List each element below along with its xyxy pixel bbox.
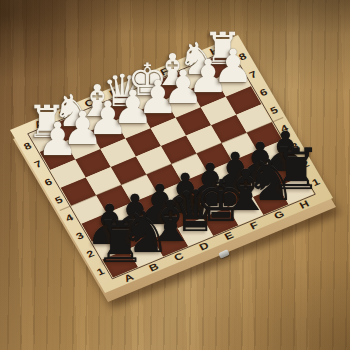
chess-set-photo: ABCDEFGH ABCDEFGH 87654321 87654321 ♜♞♝♛… xyxy=(0,0,350,350)
